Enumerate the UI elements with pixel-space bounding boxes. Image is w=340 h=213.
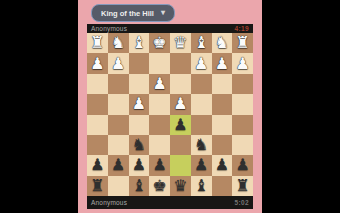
piece-black-bishop: ♝ — [132, 177, 146, 193]
variant-select[interactable]: King of the Hill ▾ — [91, 4, 175, 22]
piece-white-pawn: ♟ — [215, 55, 229, 71]
square-g1[interactable]: ♞ — [108, 33, 129, 53]
square-g2[interactable]: ♟ — [108, 53, 129, 73]
square-d7[interactable] — [170, 155, 191, 175]
square-d8[interactable]: ♛ — [170, 176, 191, 196]
square-a7[interactable]: ♟ — [232, 155, 253, 175]
square-e8[interactable]: ♚ — [149, 176, 170, 196]
square-h7[interactable]: ♟ — [87, 155, 108, 175]
piece-black-pawn: ♟ — [90, 157, 104, 173]
piece-white-pawn: ♟ — [132, 96, 146, 112]
square-a3[interactable] — [232, 74, 253, 94]
square-c5[interactable] — [191, 115, 212, 135]
piece-white-bishop: ♝ — [194, 35, 208, 51]
square-e5[interactable] — [149, 115, 170, 135]
square-h1[interactable]: ♜ — [87, 33, 108, 53]
square-d1[interactable]: ♛ — [170, 33, 191, 53]
piece-white-king: ♚ — [152, 35, 166, 51]
piece-white-rook: ♜ — [90, 35, 104, 51]
square-f8[interactable]: ♝ — [129, 176, 150, 196]
piece-white-queen: ♛ — [173, 35, 187, 51]
square-g8[interactable] — [108, 176, 129, 196]
chevron-down-icon: ▾ — [161, 9, 165, 17]
piece-white-rook: ♜ — [235, 35, 249, 51]
piece-white-knight: ♞ — [111, 35, 125, 51]
square-b5[interactable] — [212, 115, 233, 135]
square-d5[interactable]: ♟ — [170, 115, 191, 135]
square-f2[interactable] — [129, 53, 150, 73]
piece-black-rook: ♜ — [90, 177, 104, 193]
square-e3[interactable]: ♟ — [149, 74, 170, 94]
piece-black-pawn: ♟ — [132, 157, 146, 173]
square-d6[interactable] — [170, 135, 191, 155]
square-d4[interactable]: ♟ — [170, 94, 191, 114]
square-h8[interactable]: ♜ — [87, 176, 108, 196]
square-d2[interactable] — [170, 53, 191, 73]
square-c4[interactable] — [191, 94, 212, 114]
piece-black-knight: ♞ — [132, 137, 146, 153]
top-player-name: Anonymous — [91, 25, 127, 32]
square-a6[interactable] — [232, 135, 253, 155]
square-e4[interactable] — [149, 94, 170, 114]
square-g6[interactable] — [108, 135, 129, 155]
square-f7[interactable]: ♟ — [129, 155, 150, 175]
bottom-player-bar: Anonymous 5:02 — [87, 196, 253, 209]
square-b8[interactable] — [212, 176, 233, 196]
piece-black-pawn: ♟ — [235, 157, 249, 173]
piece-black-queen: ♛ — [173, 177, 187, 193]
square-h3[interactable] — [87, 74, 108, 94]
piece-black-pawn: ♟ — [194, 157, 208, 173]
square-b1[interactable]: ♞ — [212, 33, 233, 53]
square-f6[interactable]: ♞ — [129, 135, 150, 155]
piece-black-pawn: ♟ — [215, 157, 229, 173]
page-panel: King of the Hill ▾ Anonymous 4:19 ♜♞♝♚♛♝… — [78, 0, 262, 213]
square-e6[interactable] — [149, 135, 170, 155]
square-f1[interactable]: ♝ — [129, 33, 150, 53]
square-h2[interactable]: ♟ — [87, 53, 108, 73]
square-b4[interactable] — [212, 94, 233, 114]
piece-white-pawn: ♟ — [194, 55, 208, 71]
square-g5[interactable] — [108, 115, 129, 135]
square-b7[interactable]: ♟ — [212, 155, 233, 175]
game-widget: Anonymous 4:19 ♜♞♝♚♛♝♞♜♟♟♟♟♟♟♟♟♟♞♞♟♟♟♟♟♟… — [87, 24, 253, 209]
piece-black-king: ♚ — [152, 177, 166, 193]
square-c2[interactable]: ♟ — [191, 53, 212, 73]
piece-white-bishop: ♝ — [132, 35, 146, 51]
square-h6[interactable] — [87, 135, 108, 155]
square-b2[interactable]: ♟ — [212, 53, 233, 73]
square-h5[interactable] — [87, 115, 108, 135]
square-b3[interactable] — [212, 74, 233, 94]
square-g7[interactable]: ♟ — [108, 155, 129, 175]
square-a5[interactable] — [232, 115, 253, 135]
square-e1[interactable]: ♚ — [149, 33, 170, 53]
square-c7[interactable]: ♟ — [191, 155, 212, 175]
square-c3[interactable] — [191, 74, 212, 94]
piece-white-pawn: ♟ — [235, 55, 249, 71]
piece-black-bishop: ♝ — [194, 177, 208, 193]
square-a4[interactable] — [232, 94, 253, 114]
square-c8[interactable]: ♝ — [191, 176, 212, 196]
square-a2[interactable]: ♟ — [232, 53, 253, 73]
square-g4[interactable] — [108, 94, 129, 114]
square-f4[interactable]: ♟ — [129, 94, 150, 114]
square-d3[interactable] — [170, 74, 191, 94]
piece-white-pawn: ♟ — [152, 75, 166, 91]
piece-black-pawn: ♟ — [173, 116, 187, 132]
square-e7[interactable]: ♟ — [149, 155, 170, 175]
square-f5[interactable] — [129, 115, 150, 135]
square-f3[interactable] — [129, 74, 150, 94]
chess-board[interactable]: ♜♞♝♚♛♝♞♜♟♟♟♟♟♟♟♟♟♞♞♟♟♟♟♟♟♟♜♝♚♛♝♜ — [87, 33, 253, 196]
square-b6[interactable] — [212, 135, 233, 155]
piece-black-pawn: ♟ — [152, 157, 166, 173]
square-h4[interactable] — [87, 94, 108, 114]
variant-select-label: King of the Hill — [101, 9, 154, 18]
square-c6[interactable]: ♞ — [191, 135, 212, 155]
piece-white-pawn: ♟ — [173, 96, 187, 112]
piece-black-pawn: ♟ — [111, 157, 125, 173]
square-g3[interactable] — [108, 74, 129, 94]
square-a8[interactable]: ♜ — [232, 176, 253, 196]
piece-white-pawn: ♟ — [90, 55, 104, 71]
top-player-bar: Anonymous 4:19 — [87, 24, 253, 33]
piece-white-knight: ♞ — [215, 35, 229, 51]
bottom-player-clock: 5:02 — [234, 199, 249, 206]
top-player-clock: 4:19 — [234, 25, 249, 32]
square-e2[interactable] — [149, 53, 170, 73]
square-c1[interactable]: ♝ — [191, 33, 212, 53]
piece-white-pawn: ♟ — [111, 55, 125, 71]
piece-black-knight: ♞ — [194, 137, 208, 153]
bottom-player-name: Anonymous — [91, 199, 127, 206]
piece-black-rook: ♜ — [235, 177, 249, 193]
square-a1[interactable]: ♜ — [232, 33, 253, 53]
